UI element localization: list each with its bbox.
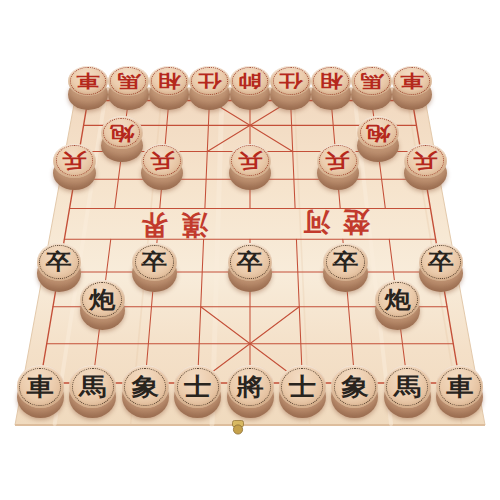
piece-black-soldier[interactable]: 卒 [37,243,82,293]
piece-character: 士 [289,375,316,399]
piece-black-chariot[interactable]: 車 [436,365,483,418]
piece-red-soldier[interactable]: 兵 [229,144,271,191]
piece-character: 炮 [89,288,115,310]
piece-black-elephant[interactable]: 象 [122,365,169,418]
piece-character: 相 [157,72,181,89]
piece-red-horse[interactable]: 馬 [351,66,392,110]
piece-character: 兵 [62,151,87,170]
piece-character: 車 [76,72,100,89]
piece-red-cannon[interactable]: 炮 [357,116,399,162]
piece-black-soldier[interactable]: 卒 [323,243,368,293]
piece-character: 卒 [237,251,263,273]
piece-face: 馬 [108,66,149,97]
piece-face: 兵 [229,144,271,178]
piece-character: 兵 [150,151,175,170]
piece-red-advisor[interactable]: 仕 [189,66,230,110]
piece-character: 馬 [117,72,141,89]
piece-black-horse[interactable]: 馬 [69,365,116,418]
piece-red-chariot[interactable]: 車 [392,66,433,110]
piece-character: 馬 [394,375,421,399]
piece-character: 車 [446,375,473,399]
piece-character: 兵 [238,151,263,170]
piece-character: 車 [26,375,53,399]
piece-face: 卒 [132,243,177,281]
piece-black-soldier[interactable]: 卒 [132,243,177,293]
piece-face: 仕 [189,66,230,97]
piece-face: 士 [174,365,221,408]
piece-face: 兵 [404,144,446,178]
piece-face: 車 [17,365,64,408]
piece-black-soldier[interactable]: 卒 [228,243,273,293]
product-photo: 漢界 楚河 車馬相仕帥仕相馬車炮炮兵兵兵兵兵卒卒卒卒卒炮炮車馬象士將士象馬車 [0,0,500,500]
piece-red-cannon[interactable]: 炮 [101,116,143,162]
piece-black-horse[interactable]: 馬 [384,365,431,418]
piece-red-soldier[interactable]: 兵 [404,144,446,191]
piece-character: 仕 [198,72,222,89]
piece-face: 兵 [53,144,95,178]
piece-character: 象 [131,375,158,399]
piece-face: 兵 [317,144,359,178]
piece-red-elephant[interactable]: 相 [311,66,352,110]
piece-black-chariot[interactable]: 車 [17,365,64,418]
piece-character: 卒 [46,251,72,273]
piece-face: 仕 [270,66,311,97]
piece-character: 兵 [413,151,438,170]
piece-character: 相 [319,72,343,89]
piece-character: 卒 [142,251,168,273]
piece-character: 仕 [279,72,303,89]
piece-character: 象 [341,375,368,399]
piece-character: 馬 [79,375,106,399]
piece-face: 兵 [141,144,183,178]
piece-red-advisor[interactable]: 仕 [270,66,311,110]
piece-character: 馬 [360,72,384,89]
piece-black-advisor[interactable]: 士 [174,365,221,418]
piece-red-soldier[interactable]: 兵 [317,144,359,191]
piece-face: 馬 [351,66,392,97]
piece-character: 卒 [428,251,454,273]
piece-black-elephant[interactable]: 象 [331,365,378,418]
piece-face: 馬 [384,365,431,408]
piece-face: 炮 [357,116,399,149]
piece-black-advisor[interactable]: 士 [279,365,326,418]
piece-black-general[interactable]: 將 [227,365,274,418]
piece-red-soldier[interactable]: 兵 [53,144,95,191]
piece-black-cannon[interactable]: 炮 [80,280,125,331]
piece-face: 炮 [80,280,125,320]
piece-face: 士 [279,365,326,408]
piece-black-cannon[interactable]: 炮 [375,280,420,331]
piece-character: 炮 [385,288,411,310]
piece-face: 炮 [101,116,143,149]
piece-character: 車 [400,72,424,89]
piece-character: 兵 [325,151,350,170]
piece-face: 卒 [323,243,368,281]
piece-character: 炮 [110,123,134,142]
piece-character: 士 [184,375,211,399]
piece-character: 卒 [333,251,359,273]
piece-red-elephant[interactable]: 相 [149,66,190,110]
pieces-layer: 車馬相仕帥仕相馬車炮炮兵兵兵兵兵卒卒卒卒卒炮炮車馬象士將士象馬車 [0,0,500,500]
piece-face: 卒 [419,243,464,281]
piece-face: 將 [227,365,274,408]
piece-red-general[interactable]: 帥 [230,66,271,110]
piece-character: 炮 [366,123,390,142]
piece-face: 卒 [228,243,273,281]
piece-face: 象 [122,365,169,408]
piece-red-soldier[interactable]: 兵 [141,144,183,191]
piece-red-horse[interactable]: 馬 [108,66,149,110]
piece-red-chariot[interactable]: 車 [68,66,109,110]
piece-character: 將 [236,375,263,399]
piece-character: 帥 [238,72,262,89]
piece-face: 卒 [37,243,82,281]
piece-black-soldier[interactable]: 卒 [419,243,464,293]
piece-face: 馬 [69,365,116,408]
